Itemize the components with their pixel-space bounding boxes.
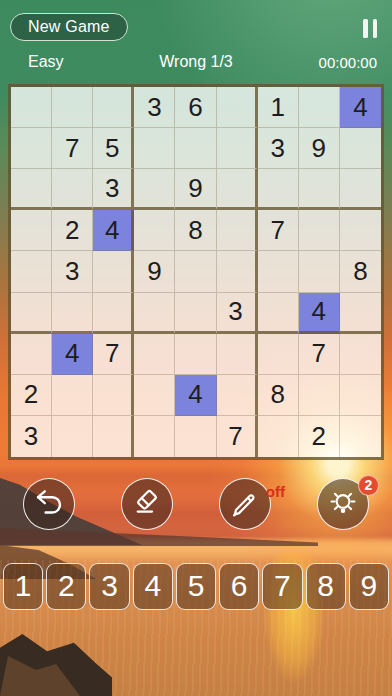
cell-r2c1[interactable]: [11, 128, 52, 169]
cell-r2c8[interactable]: 9: [299, 128, 340, 169]
eraser-icon: [125, 482, 169, 526]
cell-r4c2[interactable]: 2: [52, 210, 93, 251]
cell-r6c9[interactable]: [340, 293, 381, 334]
cell-r6c3[interactable]: [93, 293, 134, 334]
cell-r4c9[interactable]: [340, 210, 381, 251]
cell-r3c6[interactable]: [217, 169, 258, 210]
pause-icon: [373, 19, 378, 38]
cell-r1c1[interactable]: [11, 87, 52, 128]
cell-r9c8[interactable]: 2: [299, 416, 340, 457]
sudoku-board: 3614753939248739834477248372: [8, 84, 384, 460]
cell-r8c5[interactable]: 4: [175, 375, 216, 416]
cell-r7c4[interactable]: [134, 334, 175, 375]
cell-r6c8[interactable]: 4: [299, 293, 340, 334]
cell-r9c9[interactable]: [340, 416, 381, 457]
cell-r5c7[interactable]: [258, 251, 299, 292]
cell-r6c4[interactable]: [134, 293, 175, 334]
cell-r5c9[interactable]: 8: [340, 251, 381, 292]
cell-r6c5[interactable]: [175, 293, 216, 334]
numpad-key-9[interactable]: 9: [349, 563, 389, 610]
cell-r7c9[interactable]: [340, 334, 381, 375]
cell-r8c1[interactable]: 2: [11, 375, 52, 416]
cell-r7c3[interactable]: 7: [93, 334, 134, 375]
undo-wrap: [0, 478, 98, 530]
new-game-button[interactable]: New Game: [10, 13, 128, 41]
top-bar: New Game: [0, 0, 392, 48]
numpad-key-4[interactable]: 4: [133, 563, 173, 610]
undo-button[interactable]: [23, 478, 75, 530]
cell-r2c4[interactable]: [134, 128, 175, 169]
cell-r4c4[interactable]: [134, 210, 175, 251]
numpad-key-8[interactable]: 8: [306, 563, 346, 610]
cell-r8c6[interactable]: [217, 375, 258, 416]
cell-r6c2[interactable]: [52, 293, 93, 334]
cell-r7c8[interactable]: 7: [299, 334, 340, 375]
pencil-icon: [223, 482, 267, 526]
cell-r3c7[interactable]: [258, 169, 299, 210]
cell-r8c2[interactable]: [52, 375, 93, 416]
pause-icon: [363, 19, 368, 38]
undo-icon: [27, 482, 71, 526]
status-bar: Easy Wrong 1/3 00:00:00: [0, 50, 392, 74]
cell-r3c5[interactable]: 9: [175, 169, 216, 210]
hint-wrap: 2: [294, 478, 392, 530]
cell-r4c5[interactable]: 8: [175, 210, 216, 251]
cell-r7c1[interactable]: [11, 334, 52, 375]
cell-r5c3[interactable]: [93, 251, 134, 292]
cell-r2c7[interactable]: 3: [258, 128, 299, 169]
cell-r4c7[interactable]: 7: [258, 210, 299, 251]
eraser-button[interactable]: [121, 478, 173, 530]
pencil-wrap: off: [196, 478, 294, 530]
cell-r8c4[interactable]: [134, 375, 175, 416]
cell-r3c9[interactable]: [340, 169, 381, 210]
cell-r4c8[interactable]: [299, 210, 340, 251]
cell-r4c1[interactable]: [11, 210, 52, 251]
cell-r3c4[interactable]: [134, 169, 175, 210]
cell-r4c6[interactable]: [217, 210, 258, 251]
timer: 00:00:00: [319, 54, 377, 71]
cell-r5c5[interactable]: [175, 251, 216, 292]
cell-r2c2[interactable]: 7: [52, 128, 93, 169]
sudoku-app: New Game Easy Wrong 1/3 00:00:00 3614753…: [0, 0, 392, 696]
cell-r3c2[interactable]: [52, 169, 93, 210]
cell-r1c8[interactable]: [299, 87, 340, 128]
cell-r9c3[interactable]: [93, 416, 134, 457]
hint-count-badge: 2: [358, 475, 379, 496]
cell-r8c8[interactable]: [299, 375, 340, 416]
cell-r9c2[interactable]: [52, 416, 93, 457]
cell-r7c7[interactable]: [258, 334, 299, 375]
cell-r6c7[interactable]: [258, 293, 299, 334]
cell-r1c7[interactable]: 1: [258, 87, 299, 128]
cell-r7c2[interactable]: 4: [52, 334, 93, 375]
cell-r4c3[interactable]: 4: [93, 210, 134, 251]
cell-r9c1[interactable]: 3: [11, 416, 52, 457]
cell-r1c4[interactable]: 3: [134, 87, 175, 128]
toolbar: off 2: [0, 478, 392, 530]
cell-r2c9[interactable]: [340, 128, 381, 169]
pencil-off-label: off: [266, 483, 285, 500]
cell-r5c4[interactable]: 9: [134, 251, 175, 292]
cell-r1c2[interactable]: [52, 87, 93, 128]
cell-r5c8[interactable]: [299, 251, 340, 292]
cell-r9c4[interactable]: [134, 416, 175, 457]
pause-button[interactable]: [363, 19, 377, 38]
cell-r2c6[interactable]: [217, 128, 258, 169]
cell-r2c3[interactable]: 5: [93, 128, 134, 169]
cell-r8c9[interactable]: [340, 375, 381, 416]
distant-shore: [0, 528, 318, 546]
cell-r6c1[interactable]: [11, 293, 52, 334]
cell-r9c6[interactable]: 7: [217, 416, 258, 457]
numpad-key-2[interactable]: 2: [46, 563, 86, 610]
cell-r3c8[interactable]: [299, 169, 340, 210]
numpad-key-1[interactable]: 1: [3, 563, 43, 610]
cell-r9c7[interactable]: [258, 416, 299, 457]
cell-r1c3[interactable]: [93, 87, 134, 128]
cell-r6c6[interactable]: 3: [217, 293, 258, 334]
cell-r3c1[interactable]: [11, 169, 52, 210]
erase-wrap: [98, 478, 196, 530]
cell-r1c5[interactable]: 6: [175, 87, 216, 128]
cell-r7c5[interactable]: [175, 334, 216, 375]
cell-r1c6[interactable]: [217, 87, 258, 128]
numpad-key-3[interactable]: 3: [89, 563, 129, 610]
cell-r8c3[interactable]: [93, 375, 134, 416]
cell-r2c5[interactable]: [175, 128, 216, 169]
cell-r5c1[interactable]: [11, 251, 52, 292]
cell-r5c2[interactable]: 3: [52, 251, 93, 292]
numpad-key-6[interactable]: 6: [219, 563, 259, 610]
cell-r9c5[interactable]: [175, 416, 216, 457]
numpad: 123456789: [0, 563, 392, 610]
cell-r7c6[interactable]: [217, 334, 258, 375]
cell-r1c9[interactable]: 4: [340, 87, 381, 128]
cell-r5c6[interactable]: [217, 251, 258, 292]
pencil-button[interactable]: [219, 478, 271, 530]
cell-r8c7[interactable]: 8: [258, 375, 299, 416]
numpad-key-5[interactable]: 5: [176, 563, 216, 610]
cell-r3c3[interactable]: 3: [93, 169, 134, 210]
numpad-key-7[interactable]: 7: [262, 563, 302, 610]
